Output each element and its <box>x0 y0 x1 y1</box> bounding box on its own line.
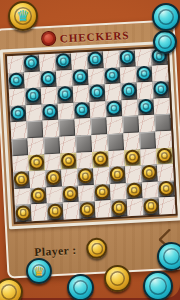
board-square-dark[interactable] <box>26 121 43 138</box>
king-crown-icon: ♛ <box>10 3 36 29</box>
board-square-dark[interactable] <box>121 83 138 100</box>
board-square-light <box>153 98 170 115</box>
checker-piece-cyan[interactable] <box>136 66 152 82</box>
board-square-dark[interactable] <box>104 67 121 84</box>
decor-piece-cyan-bottom-center <box>67 274 94 300</box>
app-title: CHECKERS <box>59 28 129 44</box>
board-square-dark[interactable] <box>40 70 57 87</box>
checker-piece-cyan[interactable] <box>55 53 71 69</box>
board-square-dark[interactable] <box>119 50 136 67</box>
checker-piece-yellow[interactable] <box>94 184 110 200</box>
board-square-light <box>93 167 110 184</box>
board-square-dark[interactable] <box>143 198 160 215</box>
board-square-dark[interactable] <box>92 151 109 168</box>
checker-piece-yellow[interactable] <box>126 182 142 198</box>
game-card: CHECKERS Player : <box>0 19 180 278</box>
board-square-dark[interactable] <box>106 100 123 117</box>
board-square-light <box>103 50 120 67</box>
checker-piece-yellow[interactable] <box>61 153 77 169</box>
board-square-dark[interactable] <box>122 116 139 133</box>
board-square-light <box>26 104 43 121</box>
checker-piece-cyan[interactable] <box>119 50 135 66</box>
board-square-light <box>9 89 26 106</box>
board-square-dark[interactable] <box>10 105 27 122</box>
board-square-dark[interactable] <box>45 170 62 187</box>
board-square-dark[interactable] <box>153 81 170 98</box>
board-square-light <box>59 136 76 153</box>
checker-piece-cyan[interactable] <box>121 83 137 99</box>
checker-piece-cyan[interactable] <box>87 51 103 67</box>
board-square-dark[interactable] <box>55 53 72 70</box>
board-square-light <box>76 152 93 169</box>
board-square-dark[interactable] <box>57 86 74 103</box>
board-frame <box>0 41 180 230</box>
board-square-light <box>27 137 44 154</box>
board-square-light <box>56 69 73 86</box>
board-square-light <box>63 202 80 219</box>
board-square-dark[interactable] <box>30 187 47 204</box>
checker-piece-cyan[interactable] <box>138 99 154 115</box>
board-square-light <box>74 118 91 135</box>
board-square-light <box>71 52 88 69</box>
board-square-light <box>155 131 172 148</box>
checker-piece-cyan[interactable] <box>104 67 120 83</box>
board-square-light <box>108 150 125 167</box>
checker-piece-cyan[interactable] <box>74 102 90 118</box>
board-square-light <box>91 134 108 151</box>
checker-piece-cyan[interactable] <box>42 104 58 120</box>
board-square-light <box>137 82 154 99</box>
board-square-light <box>41 87 58 104</box>
player-label: Player : <box>34 244 77 258</box>
checker-piece-yellow[interactable] <box>141 165 157 181</box>
checker-piece-cyan[interactable] <box>8 72 24 88</box>
checker-piece-cyan[interactable] <box>153 81 169 97</box>
board-square-dark[interactable] <box>60 152 77 169</box>
checker-piece-cyan[interactable] <box>72 69 88 85</box>
board-square-light <box>78 185 95 202</box>
board-square-dark[interactable] <box>77 168 94 185</box>
board-square-light <box>73 85 90 102</box>
board-square-light <box>95 200 112 217</box>
board-square-dark[interactable] <box>109 166 126 183</box>
board-square-dark[interactable] <box>89 84 106 101</box>
board-square-dark[interactable] <box>72 69 89 86</box>
checker-piece-yellow[interactable] <box>143 198 159 214</box>
board-square-dark[interactable] <box>58 119 75 136</box>
board-square-light <box>44 153 61 170</box>
board-square-light <box>88 68 105 85</box>
checker-piece-cyan[interactable] <box>89 85 105 101</box>
screen: { "app": { "title": "CHECKERS", "title_i… <box>0 0 180 300</box>
checker-piece-yellow[interactable] <box>78 168 94 184</box>
king-crown-icon: ♛ <box>28 260 50 282</box>
board-square-light <box>138 115 155 132</box>
board-square-light <box>120 66 137 83</box>
decor-piece-yellow-king-top-left: ♛ <box>8 1 38 31</box>
board-square-dark[interactable] <box>90 118 107 135</box>
board-square-dark[interactable] <box>23 55 40 72</box>
board-square-dark[interactable] <box>124 149 141 166</box>
board-square-dark[interactable] <box>154 114 171 131</box>
decor-piece-cyan-top-right-corner <box>152 3 180 31</box>
board-square-dark[interactable] <box>158 180 175 197</box>
board-square-light <box>58 103 75 120</box>
board-square-dark[interactable] <box>15 205 32 222</box>
checker-piece-yellow[interactable] <box>30 187 46 203</box>
board-square-dark[interactable] <box>79 201 96 218</box>
checker-piece-yellow[interactable] <box>111 200 127 216</box>
board-square-light <box>61 169 78 186</box>
turn-indicator-piece <box>86 238 108 260</box>
board-square-light <box>42 120 59 137</box>
decor-piece-cyan-top-right <box>153 30 177 54</box>
board-square-dark[interactable] <box>87 51 104 68</box>
checkers-board <box>5 46 178 224</box>
board-square-light <box>31 204 48 221</box>
board-square-dark[interactable] <box>8 72 25 89</box>
board-square-light <box>29 171 46 188</box>
board-square-light <box>121 99 138 116</box>
board-square-light <box>106 117 123 134</box>
board-square-light <box>14 188 31 205</box>
board-square-dark[interactable] <box>141 165 158 182</box>
board-square-light <box>157 164 174 181</box>
board-square-dark[interactable] <box>74 102 91 119</box>
checker-piece-yellow[interactable] <box>109 167 125 183</box>
board-square-dark[interactable] <box>111 200 128 217</box>
board-square-dark[interactable] <box>11 138 28 155</box>
board-square-light <box>159 197 176 214</box>
board-square-dark[interactable] <box>139 132 156 149</box>
board-square-dark[interactable] <box>25 88 42 105</box>
board-square-light <box>152 64 169 81</box>
board-square-dark[interactable] <box>136 65 153 82</box>
board-square-light <box>110 183 127 200</box>
board-square-dark[interactable] <box>47 203 64 220</box>
checker-piece-cyan[interactable] <box>10 105 26 121</box>
board-square-dark[interactable] <box>28 154 45 171</box>
board-square-light <box>123 132 140 149</box>
board-square-light <box>127 199 144 216</box>
checker-piece-yellow[interactable] <box>29 154 45 170</box>
checker-piece-yellow[interactable] <box>15 205 31 221</box>
board-square-light <box>140 148 157 165</box>
checker-piece-cyan[interactable] <box>106 100 122 116</box>
board-square-dark[interactable] <box>13 171 30 188</box>
checker-piece-yellow[interactable] <box>47 203 63 219</box>
decor-piece-cyan-bottom-right <box>143 271 173 300</box>
checker-piece-cyan[interactable] <box>57 86 73 102</box>
board-square-light <box>125 166 142 183</box>
board-square-light <box>90 101 107 118</box>
checker-piece-yellow[interactable] <box>14 172 30 188</box>
red-checker-icon <box>40 31 56 47</box>
board-square-light <box>11 122 28 139</box>
decor-piece-cyan-king-bottom: ♛ <box>26 258 52 284</box>
board-square-dark[interactable] <box>43 137 60 154</box>
board-square-light <box>135 49 152 66</box>
board-square-dark[interactable] <box>62 185 79 202</box>
board-square-light <box>24 71 41 88</box>
board-square-light <box>105 84 122 101</box>
board-square-light <box>7 55 24 72</box>
board-square-light <box>46 186 63 203</box>
board-square-light <box>12 155 29 172</box>
board-square-dark[interactable] <box>126 182 143 199</box>
checker-piece-cyan[interactable] <box>40 71 56 87</box>
board-square-dark[interactable] <box>107 133 124 150</box>
board-square-dark[interactable] <box>156 147 173 164</box>
decor-piece-yellow-bottom-center <box>104 265 131 292</box>
checker-piece-yellow[interactable] <box>157 148 173 164</box>
checker-piece-yellow[interactable] <box>125 149 141 165</box>
checker-piece-cyan[interactable] <box>24 55 40 71</box>
checker-piece-yellow[interactable] <box>46 170 62 186</box>
decor-piece-cyan-right-edge <box>157 242 180 271</box>
checker-piece-yellow[interactable] <box>62 186 78 202</box>
checker-piece-yellow[interactable] <box>93 151 109 167</box>
board-square-dark[interactable] <box>94 184 111 201</box>
board-square-light <box>39 54 56 71</box>
board-square-dark[interactable] <box>42 103 59 120</box>
checker-piece-yellow[interactable] <box>158 181 174 197</box>
checker-piece-cyan[interactable] <box>25 88 41 104</box>
board-square-light <box>142 181 159 198</box>
board-square-dark[interactable] <box>75 135 92 152</box>
checker-piece-yellow[interactable] <box>79 201 95 217</box>
board-square-dark[interactable] <box>137 98 154 115</box>
